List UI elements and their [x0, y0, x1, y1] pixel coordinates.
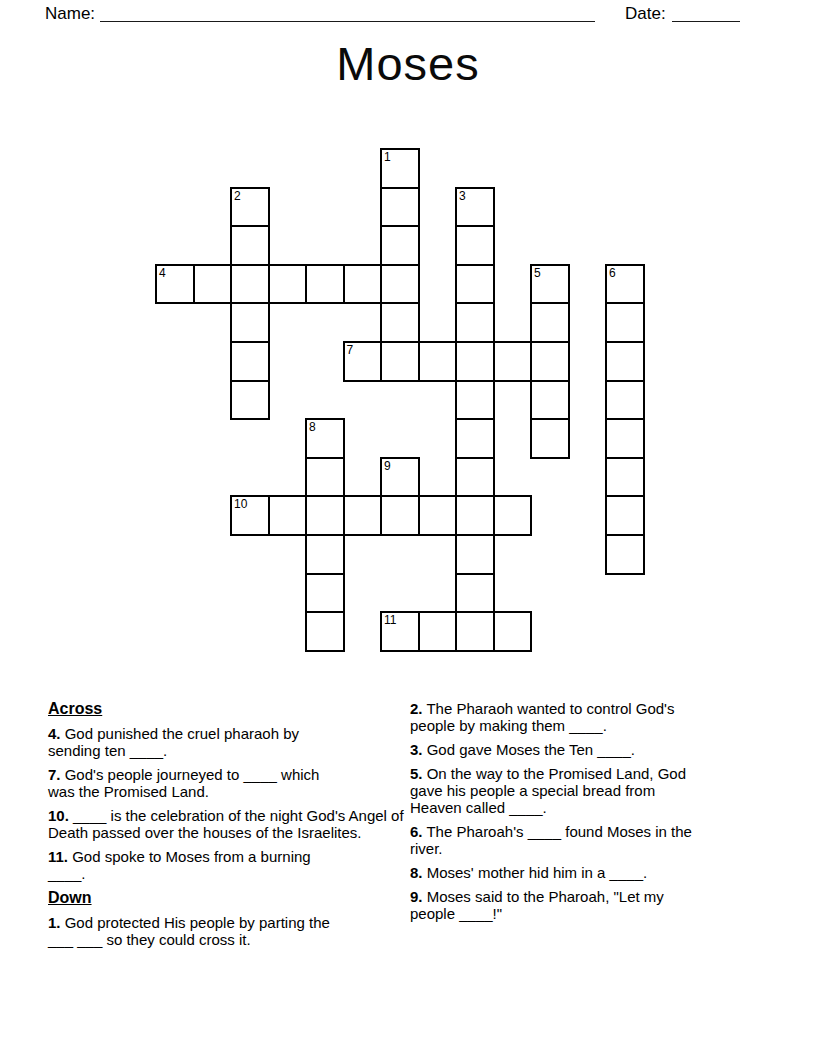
grid-cell-r9c8[interactable] [455, 495, 495, 536]
grid-cell-r9c6[interactable] [380, 495, 420, 536]
grid-cell-r9c4[interactable] [305, 495, 345, 536]
clue-text: On the way to the Promised Land, God gav… [410, 765, 686, 816]
grid-cell-r2c6[interactable] [380, 225, 420, 266]
grid-cell-r12c9[interactable] [493, 611, 533, 652]
grid-cell-r3c2[interactable] [230, 264, 270, 305]
across-heading: Across [48, 700, 404, 717]
grid-cell-r5c8[interactable] [455, 341, 495, 382]
clue-number-10: 10 [234, 498, 247, 511]
grid-cell-r5c7[interactable] [418, 341, 458, 382]
grid-cell-r5c9[interactable] [493, 341, 533, 382]
grid-cell-r1c8[interactable]: 3 [455, 187, 495, 228]
across-clue-4: 4. God punished the cruel pharaoh by sen… [48, 725, 348, 759]
grid-cell-r5c6[interactable] [380, 341, 420, 382]
down-heading: Down [48, 889, 404, 906]
grid-cell-r4c2[interactable] [230, 302, 270, 343]
clue-number-6: 6 [609, 267, 616, 280]
grid-cell-r10c4[interactable] [305, 534, 345, 575]
grid-cell-r3c12[interactable]: 6 [605, 264, 645, 305]
clue-number: 11. [48, 848, 68, 865]
grid-cell-r11c8[interactable] [455, 573, 495, 614]
grid-cell-r3c5[interactable] [343, 264, 383, 305]
grid-cell-r6c8[interactable] [455, 380, 495, 421]
clue-text: ____ is the celebration of the night God… [48, 807, 404, 841]
clue-text: God's people journeyed to ____ which was… [48, 766, 319, 800]
grid-cell-r8c8[interactable] [455, 457, 495, 498]
across-clue-7: 7. God's people journeyed to ____ which … [48, 766, 348, 800]
grid-cell-r12c4[interactable] [305, 611, 345, 652]
clue-number-11: 11 [384, 614, 396, 627]
down-clue-5: 5. On the way to the Promised Land, God … [410, 765, 710, 816]
clue-text: The Pharaoh wanted to control God's peop… [410, 700, 674, 734]
clue-number-2: 2 [234, 190, 241, 203]
clue-number-5: 5 [534, 267, 541, 280]
clue-text: Moses' mother hid him in a ____. [427, 864, 647, 881]
grid-cell-r3c0[interactable]: 4 [155, 264, 195, 305]
grid-cell-r8c6[interactable]: 9 [380, 457, 420, 498]
grid-cell-r12c6[interactable]: 11 [380, 611, 420, 652]
grid-cell-r8c12[interactable] [605, 457, 645, 498]
grid-cell-r7c4[interactable]: 8 [305, 418, 345, 459]
name-label: Name: [45, 4, 95, 24]
grid-cell-r3c4[interactable] [305, 264, 345, 305]
clues-left-column: Across 4. God punished the cruel pharaoh… [48, 700, 404, 955]
grid-cell-r12c7[interactable] [418, 611, 458, 652]
clue-text: God gave Moses the Ten ____. [427, 741, 635, 758]
grid-cell-r9c5[interactable] [343, 495, 383, 536]
grid-cell-r5c12[interactable] [605, 341, 645, 382]
clues-right-column: 2. The Pharaoh wanted to control God's p… [410, 700, 710, 929]
grid-cell-r7c8[interactable] [455, 418, 495, 459]
clue-number-3: 3 [459, 190, 466, 203]
clue-number: 3. [410, 741, 423, 758]
grid-cell-r6c10[interactable] [530, 380, 570, 421]
grid-cell-r1c6[interactable] [380, 187, 420, 228]
clue-number-1: 1 [384, 151, 391, 164]
grid-cell-r6c2[interactable] [230, 380, 270, 421]
grid-cell-r4c8[interactable] [455, 302, 495, 343]
clue-number: 9. [410, 888, 423, 905]
grid-cell-r0c6[interactable]: 1 [380, 148, 420, 189]
clue-number-9: 9 [384, 460, 391, 473]
clue-number: 4. [48, 725, 61, 742]
grid-cell-r4c6[interactable] [380, 302, 420, 343]
grid-cell-r5c2[interactable] [230, 341, 270, 382]
down-clue-8: 8. Moses' mother hid him in a ____. [410, 864, 710, 881]
grid-cell-r3c6[interactable] [380, 264, 420, 305]
clue-number: 1. [48, 914, 61, 931]
grid-cell-r4c10[interactable] [530, 302, 570, 343]
grid-cell-r3c8[interactable] [455, 264, 495, 305]
clue-text: Moses said to the Pharoah, "Let my peopl… [410, 888, 664, 922]
down-clue-3: 3. God gave Moses the Ten ____. [410, 741, 710, 758]
clue-text: God spoke to Moses from a burning ____. [48, 848, 311, 882]
grid-cell-r11c4[interactable] [305, 573, 345, 614]
across-clue-11: 11. God spoke to Moses from a burning __… [48, 848, 348, 882]
grid-cell-r4c12[interactable] [605, 302, 645, 343]
down-clue-9: 9. Moses said to the Pharoah, "Let my pe… [410, 888, 710, 922]
grid-cell-r9c7[interactable] [418, 495, 458, 536]
grid-cell-r8c4[interactable] [305, 457, 345, 498]
clue-number: 7. [48, 766, 61, 783]
grid-cell-r9c2[interactable]: 10 [230, 495, 270, 536]
clue-number: 2. [410, 700, 423, 717]
grid-cell-r9c9[interactable] [493, 495, 533, 536]
clue-number-8: 8 [309, 421, 316, 434]
clue-number: 6. [410, 823, 423, 840]
clue-number: 5. [410, 765, 423, 782]
clue-number: 8. [410, 864, 423, 881]
grid-cell-r5c5[interactable]: 7 [343, 341, 383, 382]
name-fill-in-line[interactable] [100, 21, 595, 22]
down-clue-6: 6. The Pharoah's ____ found Moses in the… [410, 823, 710, 857]
grid-cell-r3c1[interactable] [193, 264, 233, 305]
grid-cell-r9c3[interactable] [268, 495, 308, 536]
grid-cell-r2c8[interactable] [455, 225, 495, 266]
grid-cell-r2c2[interactable] [230, 225, 270, 266]
grid-cell-r7c10[interactable] [530, 418, 570, 459]
across-clue-10: 10. ____ is the celebration of the night… [48, 807, 404, 841]
grid-cell-r12c8[interactable] [455, 611, 495, 652]
grid-cell-r7c12[interactable] [605, 418, 645, 459]
down-clue-2: 2. The Pharaoh wanted to control God's p… [410, 700, 710, 734]
grid-cell-r9c12[interactable] [605, 495, 645, 536]
date-fill-in-line[interactable] [672, 21, 740, 22]
clue-number: 10. [48, 807, 69, 824]
grid-cell-r10c8[interactable] [455, 534, 495, 575]
date-label: Date: [625, 4, 666, 24]
grid-cell-r10c12[interactable] [605, 534, 645, 575]
grid-cell-r6c12[interactable] [605, 380, 645, 421]
clue-number-4: 4 [159, 267, 166, 280]
clue-text: The Pharoah's ____ found Moses in the ri… [410, 823, 692, 857]
clue-text: God protected His people by parting the … [48, 914, 330, 948]
worksheet-page: { "game": "crossword", "title": "Moses",… [0, 0, 816, 1056]
page-title: Moses [0, 36, 816, 91]
clue-number-7: 7 [347, 344, 354, 357]
grid-cell-r3c10[interactable]: 5 [530, 264, 570, 305]
clue-text: God punished the cruel pharaoh by sendin… [48, 725, 299, 759]
grid-cell-r3c3[interactable] [268, 264, 308, 305]
down-clue-1: 1. God protected His people by parting t… [48, 914, 348, 948]
grid-cell-r5c10[interactable] [530, 341, 570, 382]
crossword-grid: 1234567891011 [155, 148, 647, 653]
grid-cell-r1c2[interactable]: 2 [230, 187, 270, 228]
